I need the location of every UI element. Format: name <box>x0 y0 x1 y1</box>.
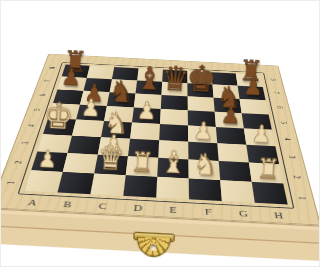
square-e2: ♝ <box>157 158 188 179</box>
square-a2: ♟ <box>31 151 67 171</box>
square-g7 <box>212 84 239 99</box>
square-g2 <box>219 161 252 182</box>
file-label-b: B <box>49 199 86 210</box>
square-h5 <box>242 113 272 130</box>
square-e5 <box>160 109 188 126</box>
square-a3 <box>37 134 72 153</box>
rank-label-right-6: 6 <box>266 102 296 112</box>
file-label-g: G <box>225 208 261 219</box>
square-f1 <box>189 178 222 201</box>
square-c1 <box>90 174 125 196</box>
square-g4 <box>216 127 246 145</box>
square-c3: ♟ <box>98 137 130 156</box>
rank-label-right-5: 5 <box>269 117 300 128</box>
square-b3 <box>68 136 101 155</box>
square-e3 <box>158 140 188 159</box>
square-f8 <box>187 71 212 85</box>
square-a1 <box>25 170 63 192</box>
square-b5: ♟ <box>76 105 107 121</box>
square-b1 <box>57 172 94 194</box>
rank-label-right-7: 7 <box>263 88 292 97</box>
square-e1 <box>156 177 189 199</box>
square-a4: ♚ <box>43 118 76 136</box>
file-label-a: A <box>13 197 51 208</box>
square-f6 <box>188 96 215 111</box>
square-f3 <box>188 142 218 161</box>
square-f5 <box>188 110 216 127</box>
square-e4 <box>159 124 188 142</box>
square-d5: ♟ <box>132 108 161 124</box>
rank-label-left-5: 5 <box>20 104 52 114</box>
square-d1 <box>123 175 157 197</box>
square-h4: ♟ <box>244 128 275 146</box>
square-c7 <box>109 79 137 93</box>
square-f7: ♚ <box>187 83 213 97</box>
rank-label-left-6: 6 <box>26 90 57 100</box>
square-g3 <box>217 143 249 162</box>
board-frame: ♜♜♟♝♛♚♟♟♞♞♟♟♟♚♞♟♟♟♟♛♜♝♞♜ ABCDEFGH 876543… <box>0 54 320 226</box>
square-c5 <box>104 106 134 122</box>
chess-set-photo: ♜♜♟♝♛♚♟♟♞♞♟♟♟♚♞♟♟♟♟♛♜♝♞♜ ABCDEFGH 876543… <box>0 0 320 267</box>
square-d3 <box>128 139 159 158</box>
square-f4: ♟ <box>188 125 217 143</box>
chessboard: ♜♜♟♝♛♚♟♟♞♞♟♟♟♚♞♟♟♟♟♛♜♝♞♜ ABCDEFGH 876543… <box>0 54 320 226</box>
board-grid: ♜♜♟♝♛♚♟♟♞♞♟♟♟♚♞♟♟♟♟♛♜♝♞♜ <box>25 65 288 205</box>
square-h1 <box>252 182 288 205</box>
square-b6: ♟ <box>80 91 110 106</box>
square-h6 <box>240 99 269 115</box>
square-c6: ♞ <box>107 92 136 107</box>
file-label-f: F <box>191 206 227 217</box>
file-label-h: H <box>260 210 297 221</box>
square-b7 <box>83 78 111 92</box>
square-g6: ♞ <box>214 98 242 114</box>
square-a6 <box>53 89 84 104</box>
brass-clasp <box>129 231 177 265</box>
square-d6 <box>134 94 162 109</box>
square-e6 <box>161 95 188 110</box>
square-c4: ♞ <box>101 121 132 139</box>
square-b2 <box>63 153 98 173</box>
square-b4 <box>72 120 104 138</box>
square-e7: ♛ <box>162 82 188 96</box>
rank-label-left-7: 7 <box>32 76 61 85</box>
square-c2: ♛ <box>94 155 128 176</box>
square-g5: ♟ <box>215 112 244 129</box>
square-a5 <box>48 103 80 119</box>
square-d7: ♝ <box>136 81 163 95</box>
file-label-e: E <box>155 205 190 216</box>
square-a7: ♟ <box>57 77 86 91</box>
rank-label-right-8: 8 <box>260 75 288 84</box>
square-d4 <box>130 123 160 141</box>
square-h2: ♜ <box>249 163 283 184</box>
rank-label-left-8: 8 <box>37 64 65 73</box>
square-d2: ♜ <box>126 156 158 177</box>
square-g1 <box>220 180 255 203</box>
square-h3 <box>246 145 279 164</box>
file-label-d: D <box>120 203 156 214</box>
file-label-c: C <box>84 201 121 212</box>
square-f2: ♞ <box>188 159 220 180</box>
